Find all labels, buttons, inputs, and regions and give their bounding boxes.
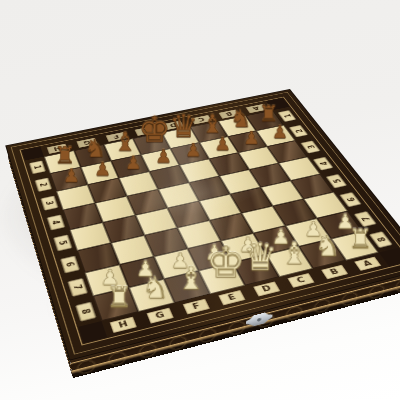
brown-pawn-h2[interactable]: ♟ [63, 166, 80, 185]
rank-label: 3 [41, 196, 58, 211]
white-bishop-f8[interactable]: ♝ [177, 263, 205, 294]
rank-label: 3 [301, 140, 320, 153]
label-slot: 5 [320, 170, 352, 192]
file-label: B [321, 264, 348, 279]
label-slot: 2 [30, 174, 56, 196]
white-king-e8[interactable]: ♚ [206, 241, 245, 284]
brown-pawn-c2[interactable]: ♟ [214, 135, 230, 153]
rank-label: 1 [29, 160, 45, 173]
rank-label: 7 [68, 278, 88, 296]
brown-bishop-f1[interactable]: ♝ [114, 129, 137, 154]
white-knight-b8[interactable]: ♞ [315, 232, 341, 261]
rank-label: 5 [326, 174, 347, 188]
brown-pawn-d2[interactable]: ♟ [185, 141, 202, 159]
brown-pawn-f2[interactable]: ♟ [125, 154, 142, 172]
square-h4[interactable] [63, 203, 103, 230]
metal-clasp [246, 310, 273, 328]
rank-label: 6 [61, 256, 80, 273]
file-label: G [146, 307, 173, 323]
board-grid: ♜♞♝♚♛♝♞♜♟♟♟♟♟♟♟♟♟♟♟♟♟♟♟♟♜♞♝♚♛♝♞♜ [44, 110, 379, 321]
board-3d: HGFEDCBA 12345678 ♜♞♝♚♛♝♞♜♟♟♟♟♟♟♟♟♟♟♟♟♟♟… [6, 90, 400, 360]
file-label: F [183, 298, 210, 314]
brown-knight-g1[interactable]: ♞ [84, 136, 107, 161]
rank-label: 2 [289, 125, 308, 137]
rank-label: 4 [47, 214, 65, 229]
rank-label: 2 [35, 178, 52, 192]
file-label: C [287, 273, 314, 288]
brown-pawn-b2[interactable]: ♟ [243, 129, 259, 147]
square-h3[interactable] [56, 185, 95, 210]
white-rook-h8[interactable]: ♜ [106, 284, 132, 312]
brown-pawn-e2[interactable]: ♟ [155, 147, 172, 165]
rank-label: 1 [278, 110, 296, 121]
rank-label: 8 [76, 302, 96, 321]
white-bishop-c8[interactable]: ♝ [281, 238, 308, 268]
file-label: A [354, 256, 381, 270]
photo-backdrop: HGFEDCBA 12345678 ♜♞♝♚♛♝♞♜♟♟♟♟♟♟♟♟♟♟♟♟♟♟… [0, 0, 400, 400]
white-knight-g8[interactable]: ♞ [142, 273, 169, 303]
file-label: D [253, 281, 280, 296]
board-frame: HGFEDCBA 12345678 ♜♞♝♚♛♝♞♜♟♟♟♟♟♟♟♟♟♟♟♟♟♟… [6, 90, 400, 360]
file-label: H [110, 316, 137, 332]
white-queen-d8[interactable]: ♛ [243, 238, 278, 276]
brown-pawn-a2[interactable]: ♟ [272, 123, 288, 141]
white-rook-a8[interactable]: ♜ [348, 226, 372, 252]
file-label: E [218, 290, 245, 305]
chess-set: HGFEDCBA 12345678 ♜♞♝♚♛♝♞♜♟♟♟♟♟♟♟♟♟♟♟♟♟♟… [31, 33, 366, 368]
brown-king-e1[interactable]: ♚ [138, 112, 171, 147]
brown-pawn-g2[interactable]: ♟ [94, 160, 111, 179]
rank-label: 8 [369, 231, 392, 247]
rank-label: 5 [54, 234, 72, 250]
brown-queen-d1[interactable]: ♛ [169, 110, 198, 142]
